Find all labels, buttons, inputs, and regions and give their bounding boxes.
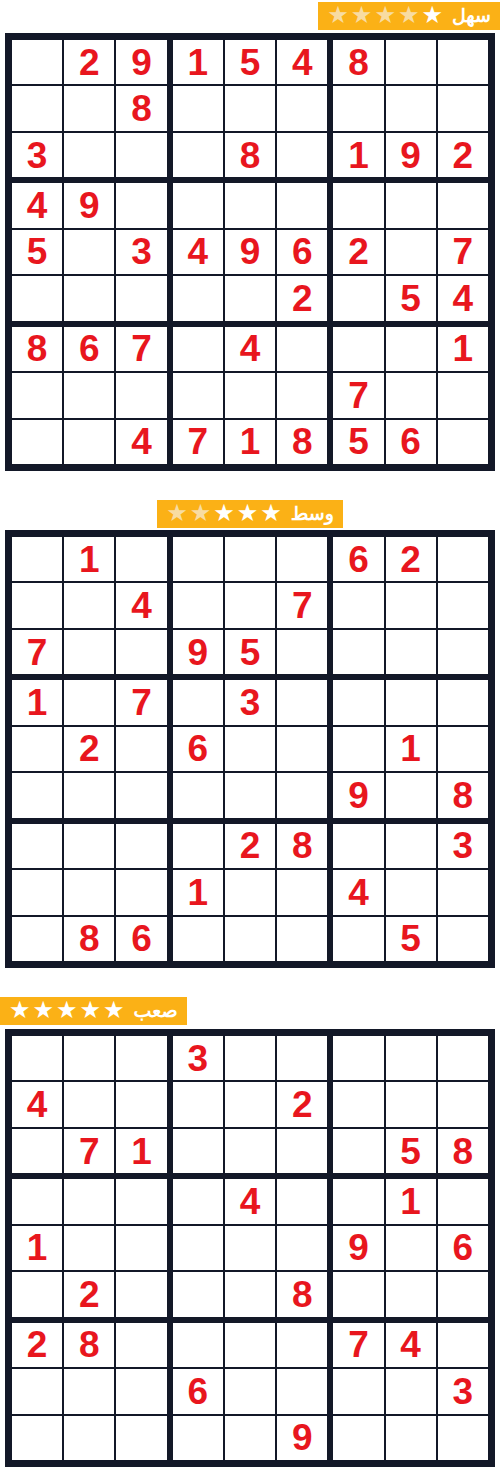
sudoku-cell-r7c1[interactable]: 2 — [11, 1322, 63, 1368]
sudoku-box: 4718 — [170, 324, 331, 467]
sudoku-cell-r5c4[interactable] — [172, 1225, 224, 1271]
sudoku-cell-r5c8[interactable] — [385, 229, 437, 275]
sudoku-cell-r1c8[interactable] — [385, 1035, 437, 1081]
sudoku-cell-r7c3[interactable] — [115, 1322, 167, 1368]
sudoku-cell-r3c3[interactable] — [115, 629, 167, 675]
sudoku-cell-r5c5[interactable] — [224, 726, 276, 772]
sudoku-box: 743 — [330, 1320, 491, 1463]
sudoku-box: 471 — [9, 1033, 170, 1176]
sudoku-cell-r8c8[interactable] — [385, 869, 437, 915]
sudoku-cell-r9c1[interactable] — [11, 1415, 63, 1461]
sudoku-cell-r4c1[interactable] — [11, 1178, 63, 1224]
sudoku-cell-r4c7[interactable] — [332, 1178, 384, 1224]
sudoku-cell-r3c3[interactable] — [115, 132, 167, 178]
sudoku-cell-r6c4[interactable] — [172, 772, 224, 818]
sudoku-box: 86 — [9, 821, 170, 964]
sudoku-cell-r9c5[interactable] — [224, 1415, 276, 1461]
sudoku-cell-r2c6[interactable]: 7 — [276, 582, 328, 628]
sudoku-cell-r2c7[interactable] — [332, 85, 384, 131]
sudoku-cell-r1c1[interactable] — [11, 536, 63, 582]
sudoku-cell-r1c9[interactable] — [437, 1035, 489, 1081]
star-empty-icon: ★ — [398, 3, 420, 27]
difficulty-label-easy: سهل — [452, 6, 491, 25]
sudoku-cell-r9c5[interactable]: 1 — [224, 419, 276, 465]
sudoku-cell-r5c8[interactable]: 1 — [385, 726, 437, 772]
sudoku-cell-r6c7[interactable] — [332, 275, 384, 321]
sudoku-cell-r7c1[interactable]: 8 — [11, 326, 63, 372]
sudoku-cell-r6c7[interactable]: 9 — [332, 772, 384, 818]
sudoku-cell-r3c8[interactable]: 9 — [385, 132, 437, 178]
sudoku-cell-r6c1[interactable] — [11, 275, 63, 321]
sudoku-box: 4962 — [170, 180, 331, 323]
sudoku-cell-r5c1[interactable]: 5 — [11, 229, 63, 275]
sudoku-cell-r9c3[interactable]: 6 — [115, 916, 167, 962]
sudoku-cell-r1c2[interactable]: 2 — [63, 39, 115, 85]
sudoku-cell-r8c1[interactable] — [11, 372, 63, 418]
sudoku-cell-r8c7[interactable]: 4 — [332, 869, 384, 915]
sudoku-cell-r7c7[interactable]: 7 — [332, 1322, 384, 1368]
star-filled-icon: ★ — [56, 998, 78, 1022]
sudoku-cell-r6c4[interactable] — [172, 275, 224, 321]
sudoku-box: 172 — [9, 677, 170, 820]
sudoku-cell-r6c2[interactable] — [63, 275, 115, 321]
sudoku-cell-r4c3[interactable]: 7 — [115, 679, 167, 725]
sudoku-box: 4953 — [9, 180, 170, 323]
sudoku-box: 62 — [330, 534, 491, 677]
sudoku-cell-r8c3[interactable] — [115, 869, 167, 915]
sudoku-cell-r3c4[interactable]: 9 — [172, 629, 224, 675]
sudoku-cell-r1c7[interactable]: 8 — [332, 39, 384, 85]
sudoku-cell-r5c5[interactable]: 9 — [224, 229, 276, 275]
sudoku-cell-r4c4[interactable] — [172, 1178, 224, 1224]
sudoku-cell-r2c9[interactable] — [437, 582, 489, 628]
sudoku-cell-r8c6[interactable] — [276, 1368, 328, 1414]
sudoku-cell-r3c8[interactable] — [385, 629, 437, 675]
sudoku-cell-r5c6[interactable]: 6 — [276, 229, 328, 275]
sudoku-cell-r1c8[interactable]: 2 — [385, 536, 437, 582]
sudoku-cell-r6c2[interactable] — [63, 772, 115, 818]
sudoku-cell-r4c3[interactable] — [115, 1178, 167, 1224]
sudoku-cell-r8c9[interactable] — [437, 372, 489, 418]
sudoku-cell-r4c8[interactable] — [385, 679, 437, 725]
star-rating-easy: ★★★★★ — [327, 4, 443, 28]
sudoku-cell-r4c9[interactable] — [437, 679, 489, 725]
sudoku-cell-r8c8[interactable] — [385, 372, 437, 418]
star-filled-icon: ★ — [9, 998, 31, 1022]
sudoku-cell-r2c8[interactable] — [385, 1081, 437, 1127]
sudoku-box: 12 — [9, 1176, 170, 1319]
sudoku-cell-r2c8[interactable] — [385, 85, 437, 131]
sudoku-cell-r3c1[interactable]: 3 — [11, 132, 63, 178]
sudoku-cell-r7c3[interactable] — [115, 823, 167, 869]
sudoku-cell-r5c2[interactable]: 2 — [63, 726, 115, 772]
sudoku-cell-r2c1[interactable]: 4 — [11, 1081, 63, 1127]
sudoku-cell-r1c4[interactable]: 3 — [172, 1035, 224, 1081]
sudoku-cell-r6c4[interactable] — [172, 1271, 224, 1317]
sudoku-cell-r4c8[interactable]: 1 — [385, 1178, 437, 1224]
difficulty-label-hard: صعب — [134, 1001, 178, 1020]
sudoku-cell-r8c6[interactable] — [276, 372, 328, 418]
sudoku-box: 28 — [9, 1320, 170, 1463]
sudoku-cell-r9c7[interactable]: 5 — [332, 419, 384, 465]
sudoku-cell-r9c6[interactable]: 8 — [276, 419, 328, 465]
sudoku-cell-r8c9[interactable] — [437, 869, 489, 915]
sudoku-cell-r6c5[interactable] — [224, 275, 276, 321]
sudoku-cell-r2c6[interactable]: 2 — [276, 1081, 328, 1127]
sudoku-cell-r9c2[interactable] — [63, 419, 115, 465]
star-empty-icon: ★ — [190, 501, 212, 525]
sudoku-cell-r6c9[interactable]: 8 — [437, 772, 489, 818]
sudoku-cell-r1c6[interactable] — [276, 1035, 328, 1081]
sudoku-cell-r7c5[interactable] — [224, 1322, 276, 1368]
star-filled-icon: ★ — [260, 501, 282, 525]
sudoku-cell-r6c6[interactable] — [276, 772, 328, 818]
sudoku-cell-r6c8[interactable] — [385, 1271, 437, 1317]
difficulty-banner-hard: ★★★★★ صعب — [0, 997, 187, 1025]
difficulty-banner-easy: ★★★★★ سهل — [318, 2, 500, 30]
sudoku-cell-r3c5[interactable]: 8 — [224, 132, 276, 178]
sudoku-cell-r2c6[interactable] — [276, 85, 328, 131]
sudoku-cell-r9c5[interactable] — [224, 916, 276, 962]
sudoku-cell-r3c1[interactable] — [11, 1128, 63, 1174]
sudoku-cell-r8c2[interactable] — [63, 372, 115, 418]
sudoku-cell-r1c5[interactable] — [224, 536, 276, 582]
sudoku-box: 2754 — [330, 180, 491, 323]
sudoku-cell-r4c1[interactable]: 4 — [11, 182, 63, 228]
sudoku-cell-r1c9[interactable] — [437, 39, 489, 85]
sudoku-cell-r9c8[interactable]: 5 — [385, 916, 437, 962]
sudoku-cell-r1c1[interactable] — [11, 1035, 63, 1081]
sudoku-cell-r2c5[interactable] — [224, 1081, 276, 1127]
sudoku-cell-r6c8[interactable] — [385, 772, 437, 818]
sudoku-cell-r1c9[interactable] — [437, 536, 489, 582]
sudoku-cell-r2c9[interactable] — [437, 85, 489, 131]
star-filled-icon: ★ — [103, 998, 125, 1022]
sudoku-sheet: ★★★★★ سهل 298315488192495349622754867447… — [0, 2, 500, 1467]
sudoku-box: 36 — [170, 677, 331, 820]
sudoku-cell-r3c7[interactable] — [332, 629, 384, 675]
sudoku-cell-r4c2[interactable] — [63, 679, 115, 725]
sudoku-cell-r1c3[interactable] — [115, 1035, 167, 1081]
sudoku-cell-r6c7[interactable] — [332, 1271, 384, 1317]
sudoku-cell-r4c5[interactable] — [224, 182, 276, 228]
sudoku-cell-r3c4[interactable] — [172, 1128, 224, 1174]
difficulty-label-medium: وسط — [291, 504, 334, 523]
sudoku-cell-r3c2[interactable] — [63, 629, 115, 675]
sudoku-box: 1756 — [330, 324, 491, 467]
sudoku-cell-r1c7[interactable] — [332, 1035, 384, 1081]
sudoku-cell-r1c7[interactable]: 6 — [332, 536, 384, 582]
sudoku-cell-r5c7[interactable]: 9 — [332, 1225, 384, 1271]
sudoku-cell-r2c1[interactable] — [11, 85, 63, 131]
star-filled-icon: ★ — [237, 501, 259, 525]
sudoku-cell-r7c4[interactable] — [172, 326, 224, 372]
sudoku-cell-r5c3[interactable]: 3 — [115, 229, 167, 275]
sudoku-cell-r2c4[interactable] — [172, 1081, 224, 1127]
sudoku-grid-medium: 147795621723619886281345 — [5, 530, 495, 968]
sudoku-cell-r3c3[interactable]: 1 — [115, 1128, 167, 1174]
sudoku-cell-r6c3[interactable] — [115, 772, 167, 818]
sudoku-cell-r2c2[interactable] — [63, 1081, 115, 1127]
sudoku-cell-r9c4[interactable] — [172, 1415, 224, 1461]
sudoku-cell-r3c9[interactable]: 8 — [437, 1128, 489, 1174]
sudoku-cell-r5c3[interactable] — [115, 726, 167, 772]
sudoku-cell-r8c5[interactable] — [224, 372, 276, 418]
sudoku-cell-r3c9[interactable] — [437, 629, 489, 675]
sudoku-box: 58 — [330, 1033, 491, 1176]
sudoku-cell-r5c7[interactable] — [332, 726, 384, 772]
sudoku-cell-r4c4[interactable] — [172, 679, 224, 725]
sudoku-cell-r5c9[interactable] — [437, 726, 489, 772]
sudoku-cell-r7c4[interactable] — [172, 823, 224, 869]
sudoku-cell-r3c5[interactable]: 5 — [224, 629, 276, 675]
sudoku-cell-r7c7[interactable] — [332, 823, 384, 869]
sudoku-cell-r1c2[interactable] — [63, 1035, 115, 1081]
sudoku-cell-r2c5[interactable] — [224, 582, 276, 628]
sudoku-cell-r2c4[interactable] — [172, 582, 224, 628]
sudoku-cell-r4c3[interactable] — [115, 182, 167, 228]
sudoku-cell-r3c9[interactable]: 2 — [437, 132, 489, 178]
sudoku-cell-r9c2[interactable]: 8 — [63, 916, 115, 962]
sudoku-cell-r3c6[interactable] — [276, 1128, 328, 1174]
sudoku-box: 147 — [9, 534, 170, 677]
sudoku-cell-r7c9[interactable]: 3 — [437, 823, 489, 869]
sudoku-cell-r5c6[interactable] — [276, 1225, 328, 1271]
sudoku-cell-r3c2[interactable] — [63, 132, 115, 178]
sudoku-cell-r5c8[interactable] — [385, 1225, 437, 1271]
sudoku-cell-r8c5[interactable] — [224, 1368, 276, 1414]
sudoku-cell-r3c7[interactable]: 1 — [332, 132, 384, 178]
sudoku-box: 8192 — [330, 37, 491, 180]
sudoku-cell-r1c8[interactable] — [385, 39, 437, 85]
sudoku-box: 48 — [170, 1176, 331, 1319]
sudoku-cell-r3c8[interactable]: 5 — [385, 1128, 437, 1174]
sudoku-cell-r1c3[interactable]: 9 — [115, 39, 167, 85]
sudoku-box: 196 — [330, 1176, 491, 1319]
sudoku-cell-r1c3[interactable] — [115, 536, 167, 582]
sudoku-cell-r3c1[interactable]: 7 — [11, 629, 63, 675]
sudoku-cell-r9c8[interactable]: 6 — [385, 419, 437, 465]
sudoku-box: 32 — [170, 1033, 331, 1176]
sudoku-cell-r7c9[interactable]: 1 — [437, 326, 489, 372]
sudoku-cell-r6c5[interactable] — [224, 1271, 276, 1317]
sudoku-cell-r7c2[interactable] — [63, 823, 115, 869]
sudoku-cell-r8c4[interactable]: 1 — [172, 869, 224, 915]
sudoku-cell-r8c9[interactable]: 3 — [437, 1368, 489, 1414]
sudoku-box: 345 — [330, 821, 491, 964]
sudoku-cell-r7c6[interactable]: 8 — [276, 823, 328, 869]
sudoku-cell-r5c5[interactable] — [224, 1225, 276, 1271]
sudoku-cell-r5c1[interactable] — [11, 726, 63, 772]
sudoku-cell-r1c2[interactable]: 1 — [63, 536, 115, 582]
sudoku-cell-r6c6[interactable]: 2 — [276, 275, 328, 321]
sudoku-cell-r6c5[interactable] — [224, 772, 276, 818]
star-rating-hard: ★★★★★ — [9, 999, 125, 1023]
star-filled-icon: ★ — [213, 501, 235, 525]
sudoku-cell-r9c9[interactable] — [437, 916, 489, 962]
sudoku-box: 795 — [170, 534, 331, 677]
sudoku-cell-r4c6[interactable] — [276, 1178, 328, 1224]
sudoku-cell-r5c4[interactable]: 4 — [172, 229, 224, 275]
sudoku-cell-r9c7[interactable] — [332, 916, 384, 962]
sudoku-cell-r2c3[interactable]: 4 — [115, 582, 167, 628]
sudoku-box: 198 — [330, 677, 491, 820]
sudoku-box: 69 — [170, 1320, 331, 1463]
sudoku-cell-r5c2[interactable] — [63, 1225, 115, 1271]
sudoku-cell-r4c5[interactable]: 3 — [224, 679, 276, 725]
sudoku-cell-r7c8[interactable] — [385, 326, 437, 372]
star-empty-icon: ★ — [351, 3, 373, 27]
sudoku-cell-r5c9[interactable]: 7 — [437, 229, 489, 275]
sudoku-cell-r6c1[interactable] — [11, 1271, 63, 1317]
sudoku-grid-hard: 471325812481962869743 — [5, 1029, 495, 1467]
sudoku-cell-r3c2[interactable]: 7 — [63, 1128, 115, 1174]
sudoku-cell-r1c5[interactable] — [224, 1035, 276, 1081]
sudoku-cell-r4c8[interactable] — [385, 182, 437, 228]
sudoku-cell-r8c2[interactable] — [63, 1368, 115, 1414]
sudoku-cell-r1c6[interactable] — [276, 536, 328, 582]
sudoku-cell-r7c8[interactable]: 4 — [385, 1322, 437, 1368]
sudoku-cell-r2c3[interactable] — [115, 1081, 167, 1127]
sudoku-cell-r9c9[interactable] — [437, 419, 489, 465]
sudoku-cell-r4c9[interactable] — [437, 182, 489, 228]
sudoku-cell-r7c4[interactable] — [172, 1322, 224, 1368]
sudoku-cell-r9c6[interactable]: 9 — [276, 1415, 328, 1461]
sudoku-cell-r4c9[interactable] — [437, 1178, 489, 1224]
sudoku-cell-r7c3[interactable]: 7 — [115, 326, 167, 372]
sudoku-cell-r2c7[interactable] — [332, 1081, 384, 1127]
sudoku-cell-r5c2[interactable] — [63, 229, 115, 275]
sudoku-cell-r7c7[interactable] — [332, 326, 384, 372]
star-filled-icon: ★ — [80, 998, 102, 1022]
sudoku-cell-r5c1[interactable]: 1 — [11, 1225, 63, 1271]
sudoku-cell-r8c4[interactable] — [172, 372, 224, 418]
star-rating-medium: ★★★★★ — [166, 502, 282, 526]
sudoku-cell-r2c8[interactable] — [385, 582, 437, 628]
sudoku-cell-r8c3[interactable] — [115, 1368, 167, 1414]
sudoku-cell-r4c4[interactable] — [172, 182, 224, 228]
sudoku-cell-r2c9[interactable] — [437, 1081, 489, 1127]
sudoku-cell-r2c2[interactable] — [63, 582, 115, 628]
sudoku-cell-r8c7[interactable]: 7 — [332, 372, 384, 418]
sudoku-cell-r2c1[interactable] — [11, 582, 63, 628]
sudoku-cell-r9c1[interactable] — [11, 916, 63, 962]
sudoku-cell-r7c5[interactable]: 2 — [224, 823, 276, 869]
sudoku-cell-r6c3[interactable] — [115, 275, 167, 321]
sudoku-cell-r4c6[interactable] — [276, 679, 328, 725]
sudoku-cell-r1c4[interactable]: 1 — [172, 39, 224, 85]
star-empty-icon: ★ — [374, 3, 396, 27]
sudoku-grid-easy: 298315488192495349622754867447181756 — [5, 33, 495, 471]
sudoku-cell-r3c6[interactable] — [276, 629, 328, 675]
sudoku-cell-r8c7[interactable] — [332, 1368, 384, 1414]
sudoku-cell-r2c2[interactable] — [63, 85, 115, 131]
sudoku-cell-r8c5[interactable] — [224, 869, 276, 915]
sudoku-cell-r7c1[interactable] — [11, 823, 63, 869]
sudoku-cell-r9c8[interactable] — [385, 1415, 437, 1461]
sudoku-cell-r7c8[interactable] — [385, 823, 437, 869]
sudoku-cell-r4c2[interactable]: 9 — [63, 182, 115, 228]
sudoku-cell-r1c4[interactable] — [172, 536, 224, 582]
sudoku-cell-r9c3[interactable] — [115, 1415, 167, 1461]
sudoku-box: 281 — [170, 821, 331, 964]
sudoku-cell-r8c2[interactable] — [63, 869, 115, 915]
sudoku-cell-r4c6[interactable] — [276, 182, 328, 228]
sudoku-cell-r7c5[interactable]: 4 — [224, 326, 276, 372]
sudoku-cell-r1c1[interactable] — [11, 39, 63, 85]
difficulty-banner-medium: ★★★★★ وسط — [157, 500, 343, 528]
sudoku-cell-r5c4[interactable]: 6 — [172, 726, 224, 772]
sudoku-cell-r6c8[interactable]: 5 — [385, 275, 437, 321]
sudoku-cell-r9c2[interactable] — [63, 1415, 115, 1461]
sudoku-cell-r7c2[interactable]: 8 — [63, 1322, 115, 1368]
sudoku-cell-r8c1[interactable] — [11, 869, 63, 915]
sudoku-cell-r5c7[interactable]: 2 — [332, 229, 384, 275]
sudoku-cell-r7c6[interactable] — [276, 326, 328, 372]
star-filled-icon: ★ — [421, 3, 443, 27]
sudoku-cell-r5c6[interactable] — [276, 726, 328, 772]
sudoku-cell-r6c3[interactable] — [115, 1271, 167, 1317]
sudoku-cell-r2c5[interactable] — [224, 85, 276, 131]
sudoku-cell-r2c7[interactable] — [332, 582, 384, 628]
sudoku-cell-r6c9[interactable]: 4 — [437, 275, 489, 321]
star-empty-icon: ★ — [166, 501, 188, 525]
sudoku-cell-r9c1[interactable] — [11, 419, 63, 465]
sudoku-cell-r8c4[interactable]: 6 — [172, 1368, 224, 1414]
sudoku-cell-r3c4[interactable] — [172, 132, 224, 178]
sudoku-cell-r6c1[interactable] — [11, 772, 63, 818]
sudoku-cell-r6c9[interactable] — [437, 1271, 489, 1317]
sudoku-cell-r3c7[interactable] — [332, 1128, 384, 1174]
sudoku-cell-r4c1[interactable]: 1 — [11, 679, 63, 725]
sudoku-cell-r5c3[interactable] — [115, 1225, 167, 1271]
star-filled-icon: ★ — [33, 998, 55, 1022]
sudoku-box: 8674 — [9, 324, 170, 467]
star-empty-icon: ★ — [327, 3, 349, 27]
sudoku-cell-r6c6[interactable]: 8 — [276, 1271, 328, 1317]
sudoku-cell-r7c2[interactable]: 6 — [63, 326, 115, 372]
sudoku-cell-r2c3[interactable]: 8 — [115, 85, 167, 131]
sudoku-cell-r9c9[interactable] — [437, 1415, 489, 1461]
sudoku-cell-r8c1[interactable] — [11, 1368, 63, 1414]
sudoku-cell-r1c5[interactable]: 5 — [224, 39, 276, 85]
sudoku-cell-r9c3[interactable]: 4 — [115, 419, 167, 465]
sudoku-cell-r5c9[interactable]: 6 — [437, 1225, 489, 1271]
sudoku-cell-r9c7[interactable] — [332, 1415, 384, 1461]
sudoku-cell-r4c2[interactable] — [63, 1178, 115, 1224]
sudoku-cell-r4c5[interactable]: 4 — [224, 1178, 276, 1224]
sudoku-cell-r3c5[interactable] — [224, 1128, 276, 1174]
sudoku-cell-r9c4[interactable]: 7 — [172, 419, 224, 465]
sudoku-cell-r4c7[interactable] — [332, 182, 384, 228]
sudoku-cell-r7c9[interactable] — [437, 1322, 489, 1368]
sudoku-cell-r8c6[interactable] — [276, 869, 328, 915]
sudoku-cell-r1c6[interactable]: 4 — [276, 39, 328, 85]
sudoku-cell-r8c3[interactable] — [115, 372, 167, 418]
sudoku-cell-r7c6[interactable] — [276, 1322, 328, 1368]
sudoku-cell-r8c8[interactable] — [385, 1368, 437, 1414]
sudoku-box: 2983 — [9, 37, 170, 180]
sudoku-cell-r6c2[interactable]: 2 — [63, 1271, 115, 1317]
sudoku-cell-r3c6[interactable] — [276, 132, 328, 178]
sudoku-cell-r9c6[interactable] — [276, 916, 328, 962]
sudoku-box: 1548 — [170, 37, 331, 180]
sudoku-cell-r9c4[interactable] — [172, 916, 224, 962]
sudoku-cell-r4c7[interactable] — [332, 679, 384, 725]
sudoku-cell-r2c4[interactable] — [172, 85, 224, 131]
